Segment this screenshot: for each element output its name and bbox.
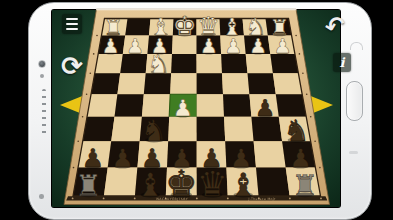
frame-dot [82,116,84,118]
piece-white-P-c2[interactable]: ♟ [224,34,242,58]
frame-dot [310,116,312,118]
square-c5[interactable] [223,94,251,116]
frame-dot [306,94,308,96]
piece-black-B-c8[interactable]: ♝ [229,166,258,204]
frame-dot [90,73,92,75]
frame-dot [86,94,88,96]
frame-dot [320,198,322,200]
piece-black-N-f6[interactable]: ♞ [141,114,167,148]
piece-white-P-e5[interactable]: ♟ [173,95,194,121]
piece-black-N-a6[interactable]: ♞ [283,114,309,148]
piece-black-P-b5[interactable]: ♟ [255,95,276,121]
frame-dot [314,140,316,142]
square-g6[interactable] [111,117,142,142]
frame-dot [295,35,297,37]
square-d5[interactable] [197,94,224,116]
frame-dot [72,198,74,200]
screenshot-stage: WACAUYEBJTSBYJ.TheFace Mojr♜♞♝♛♚♝♜♟♟♟♟♟♟… [0,0,393,220]
square-g5[interactable] [115,94,144,116]
frame-dot [77,140,79,142]
piece-white-K-e1[interactable]: ♚ [173,10,197,41]
hamburger-icon [66,18,78,20]
mic-dot [39,194,44,199]
restart-icon[interactable]: ⟳ [57,50,87,82]
piece-black-R-a8[interactable]: ♜ [292,168,319,203]
frame-dot [289,198,291,200]
square-b7[interactable] [254,141,286,167]
piece-black-Q-d8[interactable]: ♛ [197,164,228,204]
square-c4[interactable] [222,73,249,94]
piece-white-N-f3[interactable]: ♞ [147,49,170,79]
square-d4[interactable] [197,73,223,94]
info-button[interactable]: i [333,53,351,72]
frame-dot [93,53,95,55]
piece-black-R-h8[interactable]: ♜ [75,168,102,203]
frame-dot [302,73,304,75]
camera-icon [38,60,46,68]
square-e3[interactable] [171,54,197,73]
square-e4[interactable] [170,73,196,94]
square-g4[interactable] [117,73,145,94]
frame-dot [319,167,321,169]
sensor-dot [40,74,44,78]
piece-white-P-a2[interactable]: ♟ [274,34,292,58]
square-g1[interactable] [125,19,150,36]
square-b4[interactable] [248,73,276,94]
piece-black-B-f8[interactable]: ♝ [136,166,165,204]
square-c6[interactable] [224,117,254,142]
menu-button[interactable] [62,14,82,34]
square-a4[interactable] [273,73,302,94]
speaker-grill [42,89,46,137]
piece-white-P-g2[interactable]: ♟ [126,34,144,58]
square-h5[interactable] [87,94,117,116]
square-h6[interactable] [83,117,115,142]
square-b8[interactable] [256,168,290,196]
bezel-slot [349,151,358,154]
frame-dot [73,167,75,169]
frame-dot [103,198,105,200]
frame-dot [299,53,301,55]
piece-white-P-b2[interactable]: ♟ [249,34,267,58]
square-h4[interactable] [91,73,120,94]
home-button[interactable] [346,81,363,121]
bezel-arc [350,42,363,50]
piece-black-K-e8[interactable]: ♚ [165,163,197,204]
square-d6[interactable] [197,117,226,142]
piece-white-P-d2[interactable]: ♟ [200,34,218,58]
piece-black-P-g7[interactable]: ♟ [111,144,134,173]
frame-dot [96,35,98,37]
piece-white-P-h2[interactable]: ♟ [101,34,119,58]
